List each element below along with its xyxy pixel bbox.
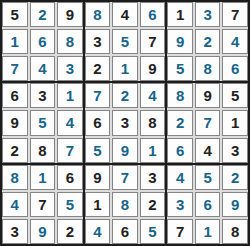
cell-r6c9[interactable]: 3 <box>222 138 248 163</box>
cell-r3c1[interactable]: 7 <box>2 56 28 81</box>
cell-r1c4[interactable]: 8 <box>85 2 111 27</box>
cell-r7c2[interactable]: 1 <box>30 165 56 190</box>
cell-r4c3[interactable]: 1 <box>57 83 83 108</box>
cell-r8c3[interactable]: 5 <box>57 192 83 217</box>
cell-r3c2[interactable]: 4 <box>30 56 56 81</box>
cell-r6c3[interactable]: 7 <box>57 138 83 163</box>
cell-r5c1[interactable]: 9 <box>2 110 28 135</box>
cell-r7c8[interactable]: 5 <box>195 165 221 190</box>
cell-r6c6[interactable]: 1 <box>140 138 166 163</box>
cell-r1c8[interactable]: 3 <box>195 2 221 27</box>
cell-r9c4[interactable]: 4 <box>85 219 111 244</box>
box-6: 895271643 <box>167 83 248 162</box>
box-4: 631954287 <box>2 83 83 162</box>
box-7: 816475392 <box>2 165 83 244</box>
cell-r3c3[interactable]: 3 <box>57 56 83 81</box>
cell-r2c4[interactable]: 3 <box>85 29 111 54</box>
cell-r4c8[interactable]: 9 <box>195 83 221 108</box>
cell-r1c2[interactable]: 2 <box>30 2 56 27</box>
cell-r7c3[interactable]: 6 <box>57 165 83 190</box>
cell-r7c1[interactable]: 8 <box>2 165 28 190</box>
cell-r4c4[interactable]: 7 <box>85 83 111 108</box>
cell-r8c4[interactable]: 1 <box>85 192 111 217</box>
cell-r7c5[interactable]: 7 <box>112 165 138 190</box>
box-2: 846357219 <box>85 2 166 81</box>
cell-r9c9[interactable]: 8 <box>222 219 248 244</box>
cell-r9c1[interactable]: 3 <box>2 219 28 244</box>
cell-r3c5[interactable]: 1 <box>112 56 138 81</box>
cell-r8c2[interactable]: 7 <box>30 192 56 217</box>
cell-r9c8[interactable]: 1 <box>195 219 221 244</box>
box-5: 724638591 <box>85 83 166 162</box>
cell-r8c5[interactable]: 8 <box>112 192 138 217</box>
cell-r4c2[interactable]: 3 <box>30 83 56 108</box>
cell-r6c4[interactable]: 5 <box>85 138 111 163</box>
cell-r6c5[interactable]: 9 <box>112 138 138 163</box>
cell-r5c8[interactable]: 7 <box>195 110 221 135</box>
cell-r9c6[interactable]: 5 <box>140 219 166 244</box>
cell-r1c3[interactable]: 9 <box>57 2 83 27</box>
cell-r3c8[interactable]: 8 <box>195 56 221 81</box>
cell-r3c9[interactable]: 6 <box>222 56 248 81</box>
cell-r5c6[interactable]: 8 <box>140 110 166 135</box>
cell-r2c6[interactable]: 7 <box>140 29 166 54</box>
cell-r1c5[interactable]: 4 <box>112 2 138 27</box>
cell-r7c9[interactable]: 2 <box>222 165 248 190</box>
cell-r3c4[interactable]: 2 <box>85 56 111 81</box>
cell-r9c7[interactable]: 7 <box>167 219 193 244</box>
cell-r5c4[interactable]: 6 <box>85 110 111 135</box>
cell-r5c2[interactable]: 5 <box>30 110 56 135</box>
cell-r5c7[interactable]: 2 <box>167 110 193 135</box>
cell-r1c1[interactable]: 5 <box>2 2 28 27</box>
cell-r2c2[interactable]: 6 <box>30 29 56 54</box>
cell-r4c7[interactable]: 8 <box>167 83 193 108</box>
cell-r5c3[interactable]: 4 <box>57 110 83 135</box>
cell-r1c7[interactable]: 1 <box>167 2 193 27</box>
cell-r6c1[interactable]: 2 <box>2 138 28 163</box>
box-8: 973182465 <box>85 165 166 244</box>
cell-r6c8[interactable]: 4 <box>195 138 221 163</box>
sudoku-board: 5291687438463572191379245866319542877246… <box>0 0 250 246</box>
cell-r3c7[interactable]: 5 <box>167 56 193 81</box>
cell-r2c3[interactable]: 8 <box>57 29 83 54</box>
cell-r8c6[interactable]: 2 <box>140 192 166 217</box>
cell-r8c1[interactable]: 4 <box>2 192 28 217</box>
cell-r5c5[interactable]: 3 <box>112 110 138 135</box>
cell-r8c8[interactable]: 6 <box>195 192 221 217</box>
box-3: 137924586 <box>167 2 248 81</box>
cell-r2c8[interactable]: 2 <box>195 29 221 54</box>
box-9: 452369718 <box>167 165 248 244</box>
cell-r1c9[interactable]: 7 <box>222 2 248 27</box>
cell-r6c2[interactable]: 8 <box>30 138 56 163</box>
cell-r5c9[interactable]: 1 <box>222 110 248 135</box>
cell-r8c7[interactable]: 3 <box>167 192 193 217</box>
cell-r7c4[interactable]: 9 <box>85 165 111 190</box>
cell-r4c1[interactable]: 6 <box>2 83 28 108</box>
cell-r2c5[interactable]: 5 <box>112 29 138 54</box>
cell-r3c6[interactable]: 9 <box>140 56 166 81</box>
cell-r2c7[interactable]: 9 <box>167 29 193 54</box>
cell-r4c6[interactable]: 4 <box>140 83 166 108</box>
cell-r7c7[interactable]: 4 <box>167 165 193 190</box>
cell-r7c6[interactable]: 3 <box>140 165 166 190</box>
cell-r9c2[interactable]: 9 <box>30 219 56 244</box>
cell-r2c9[interactable]: 4 <box>222 29 248 54</box>
cell-r4c9[interactable]: 5 <box>222 83 248 108</box>
cell-r9c5[interactable]: 6 <box>112 219 138 244</box>
cell-r9c3[interactable]: 2 <box>57 219 83 244</box>
cell-r6c7[interactable]: 6 <box>167 138 193 163</box>
cell-r4c5[interactable]: 2 <box>112 83 138 108</box>
cell-r8c9[interactable]: 9 <box>222 192 248 217</box>
cell-r1c6[interactable]: 6 <box>140 2 166 27</box>
box-1: 529168743 <box>2 2 83 81</box>
cell-r2c1[interactable]: 1 <box>2 29 28 54</box>
